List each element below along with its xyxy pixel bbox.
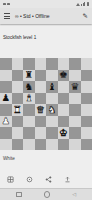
square-d6[interactable] [35, 81, 47, 93]
screen: ∞ • Std • Offline ✎ Stockfish level 1 ♜♚… [0, 0, 92, 200]
square-b4[interactable]: ♜ [12, 104, 24, 116]
square-d3[interactable] [35, 116, 47, 128]
nav-bar: ◁ [0, 188, 92, 200]
square-f8[interactable] [58, 58, 70, 70]
square-g6[interactable]: ♛ [69, 81, 81, 93]
recents-icon[interactable] [16, 192, 22, 198]
square-d5[interactable] [35, 93, 47, 105]
signal-icon [81, 2, 85, 6]
square-c8[interactable] [23, 58, 35, 70]
square-c3[interactable] [23, 116, 35, 128]
app-title: ∞ • Std • Offline [15, 13, 50, 19]
square-f6[interactable] [58, 81, 70, 93]
piece-white-pawn: ♟ [1, 116, 10, 126]
square-a3[interactable]: ♟ [0, 116, 12, 128]
square-a5[interactable]: ♟ [0, 93, 12, 105]
square-e6[interactable]: ♝ [46, 81, 58, 93]
square-c7[interactable]: ♜ [23, 70, 35, 82]
notification-icon [7, 3, 10, 6]
square-e4[interactable]: ♞ [46, 104, 58, 116]
square-b5[interactable] [12, 93, 24, 105]
piece-black-bishop: ♝ [47, 82, 56, 92]
pencil-icon[interactable]: ✎ [83, 13, 88, 20]
square-c2[interactable] [23, 127, 35, 139]
square-h5[interactable] [81, 93, 93, 105]
square-g1[interactable] [69, 139, 81, 151]
app-bar: ∞ • Std • Offline ✎ [0, 8, 92, 24]
wifi-icon [76, 3, 80, 6]
grid-icon[interactable] [7, 176, 14, 183]
chess-board: ♜♚♞♝♛♟♝♜♛♞♟♚ [0, 58, 92, 150]
square-c5[interactable]: ♝ [23, 93, 35, 105]
square-d7[interactable] [35, 70, 47, 82]
square-b6[interactable] [12, 81, 24, 93]
target-icon[interactable] [26, 176, 33, 183]
status-right-icons [76, 2, 89, 6]
notification-icon [3, 3, 6, 6]
square-e8[interactable] [46, 58, 58, 70]
menu-button[interactable] [4, 11, 10, 21]
square-f2[interactable]: ♚ [58, 127, 70, 139]
square-d4[interactable]: ♛ [35, 104, 47, 116]
square-c6[interactable]: ♞ [23, 81, 35, 93]
square-g4[interactable] [69, 104, 81, 116]
piece-black-pawn: ♟ [1, 93, 10, 103]
engine-label: Stockfish level 1 [3, 35, 36, 40]
square-f5[interactable] [58, 93, 70, 105]
square-a7[interactable] [0, 70, 12, 82]
piece-white-king: ♚ [59, 128, 68, 138]
square-e1[interactable] [46, 139, 58, 151]
square-a8[interactable] [0, 58, 12, 70]
piece-white-bishop: ♝ [24, 93, 33, 103]
square-g8[interactable] [69, 58, 81, 70]
square-g2[interactable] [69, 127, 81, 139]
share-icon[interactable] [45, 176, 52, 183]
square-b7[interactable] [12, 70, 24, 82]
square-d8[interactable] [35, 58, 47, 70]
square-h7[interactable] [81, 70, 93, 82]
piece-black-king: ♚ [59, 70, 68, 80]
square-a6[interactable] [0, 81, 12, 93]
square-a2[interactable] [0, 127, 12, 139]
square-h1[interactable] [81, 139, 93, 151]
square-a1[interactable] [0, 139, 12, 151]
piece-white-knight: ♞ [47, 105, 56, 115]
square-d1[interactable] [35, 139, 47, 151]
square-f7[interactable]: ♚ [58, 70, 70, 82]
square-f1[interactable] [58, 139, 70, 151]
square-c1[interactable] [23, 139, 35, 151]
home-icon[interactable] [44, 191, 50, 197]
square-f4[interactable] [58, 104, 70, 116]
square-h3[interactable] [81, 116, 93, 128]
square-e3[interactable] [46, 116, 58, 128]
toolbar [7, 174, 71, 184]
square-e7[interactable] [46, 70, 58, 82]
square-h6[interactable] [81, 81, 93, 93]
square-h2[interactable] [81, 127, 93, 139]
square-g7[interactable] [69, 70, 81, 82]
square-b2[interactable] [12, 127, 24, 139]
piece-black-knight: ♞ [24, 82, 33, 92]
square-c4[interactable] [23, 104, 35, 116]
back-icon[interactable]: ◁ [72, 192, 76, 197]
piece-white-queen: ♛ [36, 105, 45, 115]
square-b3[interactable] [12, 116, 24, 128]
square-h4[interactable] [81, 104, 93, 116]
square-d2[interactable] [35, 127, 47, 139]
square-g3[interactable] [69, 116, 81, 128]
upload-icon[interactable] [64, 176, 71, 183]
piece-black-queen: ♛ [70, 82, 79, 92]
battery-icon [87, 2, 89, 6]
piece-black-rook: ♜ [24, 70, 33, 80]
square-b1[interactable] [12, 139, 24, 151]
square-b8[interactable] [12, 58, 24, 70]
square-e5[interactable] [46, 93, 58, 105]
piece-white-rook: ♜ [13, 105, 22, 115]
square-e2[interactable] [46, 127, 58, 139]
square-a4[interactable] [0, 104, 12, 116]
turn-label: White [3, 156, 15, 161]
square-h8[interactable] [81, 58, 93, 70]
square-g5[interactable] [69, 93, 81, 105]
status-bar [0, 0, 92, 8]
square-f3[interactable] [58, 116, 70, 128]
status-left-icons [3, 3, 10, 6]
